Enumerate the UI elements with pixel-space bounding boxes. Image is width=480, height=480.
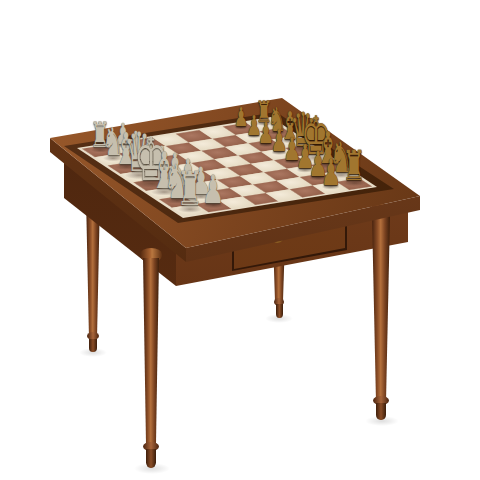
piece-black-r-h8[interactable]: ♜ xyxy=(342,145,366,187)
piece-white-r-h1[interactable]: ♜ xyxy=(177,166,203,213)
chess-table-scene: ♜♟♞♟♝♟♟♛♜♟♟♚♞♟♟♝♝♟♟♞♛♟♟♜♚♟♟♝♟♞♟♜ xyxy=(0,0,480,480)
pieces-layer: ♜♟♞♟♝♟♟♛♜♟♟♚♞♟♟♝♝♟♟♞♛♟♟♜♚♟♟♝♟♞♟♜ xyxy=(0,0,480,480)
piece-white-p-h2[interactable]: ♟ xyxy=(202,170,224,209)
piece-black-p-h7[interactable]: ♟ xyxy=(320,154,340,190)
